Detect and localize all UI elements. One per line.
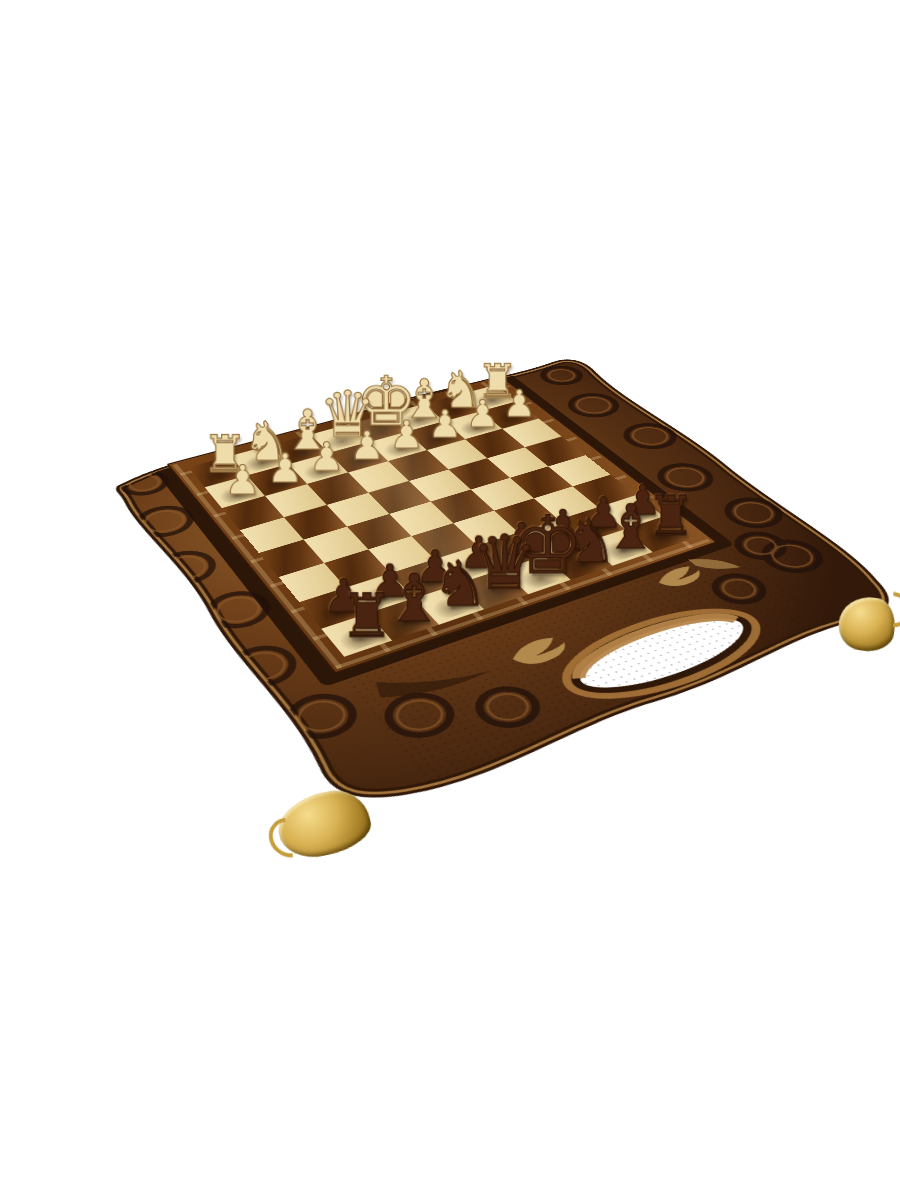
piece-white-pawn[interactable]: ♟	[389, 416, 424, 455]
piece-white-pawn[interactable]: ♟	[309, 437, 344, 476]
piece-black-rook[interactable]: ♜	[340, 587, 394, 647]
photo-scene: ♜♞♝♛♚♝♞♜♟♟♟♟♟♟♟♟♟♟♟♟♟♟♟♟♜♝♞♛♚♞♝♜	[0, 0, 900, 1200]
piece-white-pawn[interactable]: ♟	[267, 449, 303, 489]
piece-white-pawn[interactable]: ♟	[503, 385, 536, 422]
piece-white-pawn[interactable]: ♟	[466, 395, 500, 433]
piece-white-pawn[interactable]: ♟	[224, 460, 260, 501]
piece-white-pawn[interactable]: ♟	[428, 406, 462, 444]
wooden-case: ♜♞♝♛♚♝♞♜♟♟♟♟♟♟♟♟♟♟♟♟♟♟♟♟♜♝♞♛♚♞♝♜	[77, 349, 900, 838]
piece-white-pawn[interactable]: ♟	[350, 427, 385, 466]
brass-foot-ornament	[273, 784, 376, 864]
brass-corner-clasp	[836, 593, 899, 654]
